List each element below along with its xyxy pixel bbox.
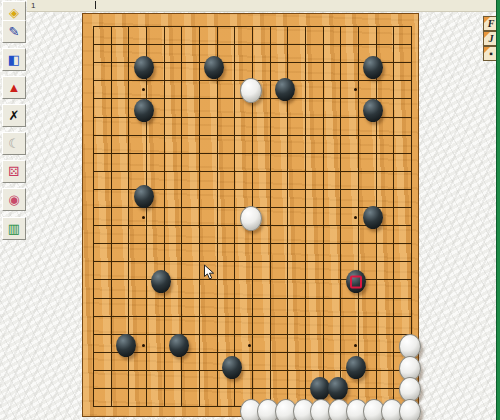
grid-vline <box>111 26 112 407</box>
black-stone[interactable] <box>116 334 136 357</box>
grid-hline <box>93 135 412 136</box>
black-stone[interactable] <box>363 206 383 229</box>
grid-hline <box>93 26 412 27</box>
edit-pen-icon-glyph: ✎ <box>9 25 20 38</box>
button-j-label: J <box>489 33 494 44</box>
grid-vline <box>164 26 165 407</box>
grid-vline <box>305 26 306 407</box>
moon-icon[interactable]: ☾ <box>2 132 26 155</box>
hoshi-point <box>354 88 357 91</box>
edit-pen-icon[interactable]: ✎ <box>2 20 26 43</box>
last-move-marker <box>350 275 362 288</box>
grid-vline <box>270 26 271 407</box>
white-stone[interactable] <box>399 399 421 420</box>
move-number-bar[interactable]: 1 <box>27 0 497 12</box>
hoshi-point <box>354 344 357 347</box>
new-game-icon-glyph: ◈ <box>9 6 19 19</box>
upload-arrow-icon[interactable]: ▲ <box>2 76 26 99</box>
grid-hline <box>93 171 412 172</box>
black-stone[interactable] <box>328 377 348 400</box>
black-stone[interactable] <box>169 334 189 357</box>
upload-arrow-icon-glyph: ▲ <box>8 81 21 94</box>
moon-icon-glyph: ☾ <box>8 137 20 150</box>
hoshi-point <box>142 216 145 219</box>
text-caret <box>95 1 96 9</box>
black-stone[interactable] <box>151 270 171 293</box>
grid-hline <box>93 388 412 389</box>
stones-icon-glyph: ◉ <box>8 193 19 206</box>
black-stone[interactable] <box>134 99 154 122</box>
grid-hline <box>93 243 412 244</box>
grid-vline <box>340 26 341 407</box>
grid-vline <box>323 26 324 407</box>
hoshi-point <box>354 216 357 219</box>
grid-hline <box>93 44 412 45</box>
grid-hline <box>93 153 412 154</box>
exit-chart-icon[interactable]: ▥ <box>2 217 26 240</box>
mouse-cursor-icon <box>203 264 216 281</box>
grid-vline <box>217 26 218 407</box>
go-application-window: { "app": { "description": "classic deskt… <box>0 0 500 420</box>
sound-icon[interactable]: ◧ <box>2 48 26 71</box>
hoshi-point <box>248 344 251 347</box>
black-stone[interactable] <box>363 56 383 79</box>
black-stone[interactable] <box>346 270 366 293</box>
grid-hline <box>93 334 412 335</box>
delete-x-icon-glyph: ✗ <box>9 109 20 122</box>
go-board[interactable] <box>82 13 419 417</box>
grid-hline <box>93 298 412 299</box>
exit-chart-icon-glyph: ▥ <box>8 222 20 235</box>
button-f-label: F <box>488 18 495 29</box>
hoshi-point <box>142 344 145 347</box>
white-stone[interactable] <box>240 78 262 103</box>
black-stone[interactable] <box>275 78 295 101</box>
grid-vline <box>93 26 94 407</box>
grid-vline <box>146 26 147 407</box>
black-stone[interactable] <box>204 56 224 79</box>
delete-x-icon[interactable]: ✗ <box>2 104 26 127</box>
black-stone[interactable] <box>310 377 330 400</box>
grid-hline <box>93 316 412 317</box>
dice-icon[interactable]: ⚄ <box>2 160 26 183</box>
button-mark-label: ▪ <box>489 48 493 59</box>
black-stone[interactable] <box>222 356 242 379</box>
black-stone[interactable] <box>134 56 154 79</box>
black-stone[interactable] <box>363 99 383 122</box>
black-stone[interactable] <box>346 356 366 379</box>
white-stone[interactable] <box>240 206 262 231</box>
move-number-value: 1 <box>31 1 35 10</box>
dice-icon-glyph: ⚄ <box>8 165 19 178</box>
grid-hline <box>93 261 412 262</box>
grid-hline <box>93 352 412 353</box>
grid-vline <box>358 26 359 407</box>
black-stone[interactable] <box>134 185 154 208</box>
stones-icon[interactable]: ◉ <box>2 188 26 211</box>
grid-vline <box>234 26 235 407</box>
sound-icon-glyph: ◧ <box>8 53 20 66</box>
hoshi-point <box>142 88 145 91</box>
green-edge-strip <box>496 0 500 420</box>
grid-vline <box>393 26 394 407</box>
grid-vline <box>199 26 200 407</box>
